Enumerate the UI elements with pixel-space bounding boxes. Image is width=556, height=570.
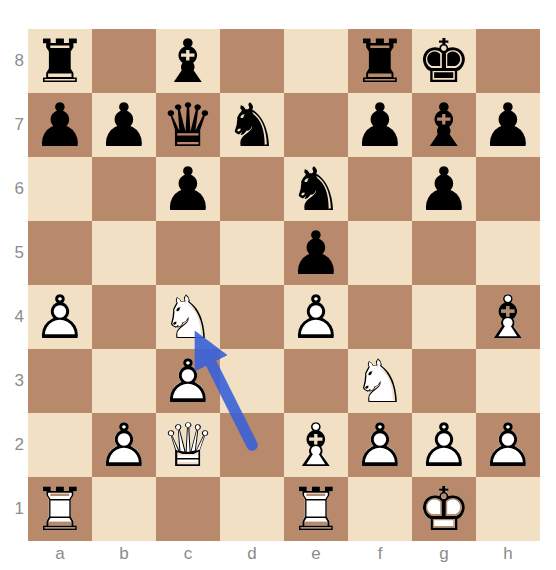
piece-black-king-g8[interactable]: ♚ — [412, 29, 476, 93]
square-g7[interactable]: ♝ — [412, 93, 476, 157]
square-g4[interactable] — [412, 285, 476, 349]
square-b1[interactable] — [92, 477, 156, 541]
file-label-f: f — [348, 542, 412, 566]
square-f4[interactable] — [348, 285, 412, 349]
chess-board: ♜♝♜♚♟♟♛♞♟♝♟♟♞♟♟♟♙♞♘♟♙♝♗♟♙♞♘♟♙♛♕♝♗♟♙♟♙♟♙♜… — [28, 29, 540, 541]
page: { "game": "chess", "position": { "fen": … — [0, 0, 556, 570]
piece-white-queen-c2[interactable]: ♕ — [156, 413, 220, 477]
square-c8[interactable]: ♝ — [156, 29, 220, 93]
square-e8[interactable] — [284, 29, 348, 93]
square-b5[interactable] — [92, 221, 156, 285]
piece-white-pawn-b2[interactable]: ♙ — [92, 413, 156, 477]
square-a1[interactable]: ♜♖ — [28, 477, 92, 541]
square-g5[interactable] — [412, 221, 476, 285]
file-label-a: a — [28, 542, 92, 566]
square-a8[interactable]: ♜ — [28, 29, 92, 93]
square-b8[interactable] — [92, 29, 156, 93]
square-b6[interactable] — [92, 157, 156, 221]
square-h8[interactable] — [476, 29, 540, 93]
square-b4[interactable] — [92, 285, 156, 349]
piece-white-bishop-e2[interactable]: ♗ — [284, 413, 348, 477]
rank-label-6: 6 — [0, 157, 24, 221]
square-g3[interactable] — [412, 349, 476, 413]
square-e7[interactable] — [284, 93, 348, 157]
square-d5[interactable] — [220, 221, 284, 285]
file-label-b: b — [92, 542, 156, 566]
square-g2[interactable]: ♟♙ — [412, 413, 476, 477]
piece-black-knight-e6[interactable]: ♞ — [284, 157, 348, 221]
piece-white-pawn-e4[interactable]: ♙ — [284, 285, 348, 349]
piece-white-king-g1[interactable]: ♔ — [412, 477, 476, 541]
square-d2[interactable] — [220, 413, 284, 477]
square-d4[interactable] — [220, 285, 284, 349]
square-a5[interactable] — [28, 221, 92, 285]
square-e4[interactable]: ♟♙ — [284, 285, 348, 349]
file-label-c: c — [156, 542, 220, 566]
square-e5[interactable]: ♟ — [284, 221, 348, 285]
piece-black-pawn-a7[interactable]: ♟ — [28, 93, 92, 157]
square-e1[interactable]: ♜♖ — [284, 477, 348, 541]
piece-white-pawn-c3[interactable]: ♙ — [156, 349, 220, 413]
piece-black-pawn-c6[interactable]: ♟ — [156, 157, 220, 221]
piece-black-pawn-g6[interactable]: ♟ — [412, 157, 476, 221]
square-a7[interactable]: ♟ — [28, 93, 92, 157]
square-b7[interactable]: ♟ — [92, 93, 156, 157]
piece-black-rook-f8[interactable]: ♜ — [348, 29, 412, 93]
piece-white-rook-a1[interactable]: ♖ — [28, 477, 92, 541]
file-label-h: h — [476, 542, 540, 566]
file-label-e: e — [284, 542, 348, 566]
piece-white-pawn-a4[interactable]: ♙ — [28, 285, 92, 349]
square-a6[interactable] — [28, 157, 92, 221]
square-h6[interactable] — [476, 157, 540, 221]
square-f2[interactable]: ♟♙ — [348, 413, 412, 477]
square-d7[interactable]: ♞ — [220, 93, 284, 157]
square-b3[interactable] — [92, 349, 156, 413]
square-h5[interactable] — [476, 221, 540, 285]
rank-label-3: 3 — [0, 349, 24, 413]
rank-label-8: 8 — [0, 29, 24, 93]
piece-white-pawn-h2[interactable]: ♙ — [476, 413, 540, 477]
square-h3[interactable] — [476, 349, 540, 413]
square-g6[interactable]: ♟ — [412, 157, 476, 221]
square-f3[interactable]: ♞♘ — [348, 349, 412, 413]
piece-black-bishop-g7[interactable]: ♝ — [412, 93, 476, 157]
square-d6[interactable] — [220, 157, 284, 221]
piece-black-pawn-f7[interactable]: ♟ — [348, 93, 412, 157]
square-f5[interactable] — [348, 221, 412, 285]
piece-black-pawn-b7[interactable]: ♟ — [92, 93, 156, 157]
piece-black-bishop-c8[interactable]: ♝ — [156, 29, 220, 93]
file-labels: abcdefgh — [28, 542, 540, 566]
piece-white-pawn-g2[interactable]: ♙ — [412, 413, 476, 477]
square-c4[interactable]: ♞♘ — [156, 285, 220, 349]
square-a3[interactable] — [28, 349, 92, 413]
piece-black-pawn-e5[interactable]: ♟ — [284, 221, 348, 285]
square-f1[interactable] — [348, 477, 412, 541]
square-a2[interactable] — [28, 413, 92, 477]
square-c3[interactable]: ♟♙ — [156, 349, 220, 413]
square-g8[interactable]: ♚ — [412, 29, 476, 93]
rank-label-5: 5 — [0, 221, 24, 285]
square-e6[interactable]: ♞ — [284, 157, 348, 221]
square-g1[interactable]: ♚♔ — [412, 477, 476, 541]
piece-white-bishop-h4[interactable]: ♗ — [476, 285, 540, 349]
piece-white-knight-f3[interactable]: ♘ — [348, 349, 412, 413]
file-label-d: d — [220, 542, 284, 566]
piece-white-knight-c4[interactable]: ♘ — [156, 285, 220, 349]
rank-labels: 87654321 — [0, 29, 24, 541]
piece-white-rook-e1[interactable]: ♖ — [284, 477, 348, 541]
square-f6[interactable] — [348, 157, 412, 221]
rank-label-1: 1 — [0, 477, 24, 541]
square-e3[interactable] — [284, 349, 348, 413]
square-h1[interactable] — [476, 477, 540, 541]
square-c6[interactable]: ♟ — [156, 157, 220, 221]
square-d3[interactable] — [220, 349, 284, 413]
square-b2[interactable]: ♟♙ — [92, 413, 156, 477]
rank-label-2: 2 — [0, 413, 24, 477]
square-h7[interactable]: ♟ — [476, 93, 540, 157]
rank-label-7: 7 — [0, 93, 24, 157]
square-d1[interactable] — [220, 477, 284, 541]
piece-black-queen-c7[interactable]: ♛ — [156, 93, 220, 157]
piece-black-rook-a8[interactable]: ♜ — [28, 29, 92, 93]
square-c2[interactable]: ♛♕ — [156, 413, 220, 477]
piece-white-pawn-f2[interactable]: ♙ — [348, 413, 412, 477]
square-c5[interactable] — [156, 221, 220, 285]
square-h4[interactable]: ♝♗ — [476, 285, 540, 349]
square-a4[interactable]: ♟♙ — [28, 285, 92, 349]
file-label-g: g — [412, 542, 476, 566]
piece-black-knight-d7[interactable]: ♞ — [220, 93, 284, 157]
square-c7[interactable]: ♛ — [156, 93, 220, 157]
rank-label-4: 4 — [0, 285, 24, 349]
square-e2[interactable]: ♝♗ — [284, 413, 348, 477]
square-h2[interactable]: ♟♙ — [476, 413, 540, 477]
piece-black-pawn-h7[interactable]: ♟ — [476, 93, 540, 157]
square-f8[interactable]: ♜ — [348, 29, 412, 93]
square-f7[interactable]: ♟ — [348, 93, 412, 157]
square-c1[interactable] — [156, 477, 220, 541]
square-d8[interactable] — [220, 29, 284, 93]
